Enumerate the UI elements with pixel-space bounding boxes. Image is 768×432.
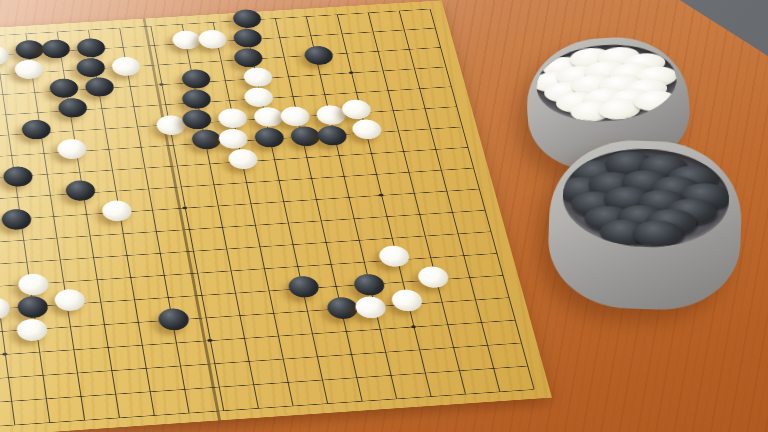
black-stone-bowl: [546, 138, 744, 313]
black-bowl-stone: [633, 220, 683, 247]
go-scene: [0, 0, 768, 432]
